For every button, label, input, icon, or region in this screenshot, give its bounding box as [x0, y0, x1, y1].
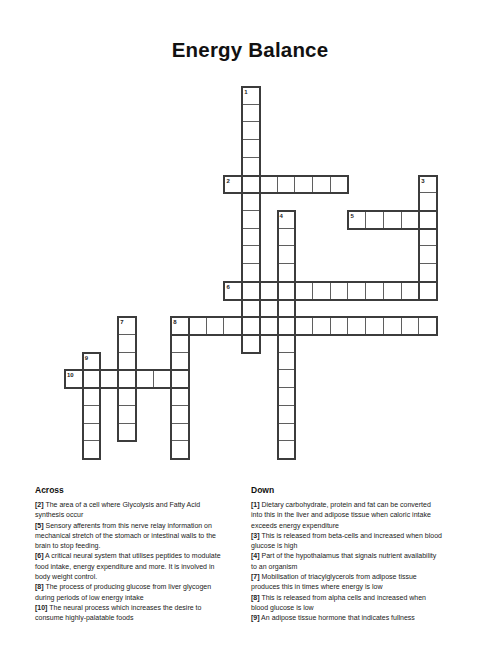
cell-r11-c15[interactable]	[331, 282, 349, 300]
crossword-grid: 12345678910	[65, 87, 437, 459]
across-clue-5-line-0: [5] Sensory afferents from this nerve re…	[35, 521, 251, 531]
cell-r13-c10[interactable]	[242, 317, 260, 335]
across-clue-6-line-2: body weight control.	[35, 572, 251, 582]
across-clue-2-line-1: synthesis occur	[35, 510, 251, 520]
down-clue-number: [9]	[251, 614, 260, 621]
cell-r8-c20[interactable]	[419, 229, 437, 247]
across-clue-8-line-0: [8] The process of producing glucose fro…	[35, 582, 251, 592]
down-clue-number: [3]	[251, 532, 260, 539]
cell-r18-c6[interactable]	[171, 406, 189, 424]
across-clue-10-line-0: [10] The neural process which increases …	[35, 603, 251, 613]
cell-r14-c10[interactable]	[242, 335, 260, 353]
across-clue-number: [10]	[35, 604, 47, 611]
cell-r13-c16[interactable]	[348, 317, 366, 335]
cell-r5-c13[interactable]	[295, 176, 313, 194]
cell-r3-c10[interactable]	[242, 140, 260, 158]
cell-r13-c9[interactable]	[224, 317, 242, 335]
cell-r11-c16[interactable]	[348, 282, 366, 300]
cell-r8-c10[interactable]	[242, 229, 260, 247]
down-clue-7-line-1: produces this in times where energy is l…	[251, 582, 467, 592]
down-clue-number: [8]	[251, 594, 260, 601]
cell-r13-c20[interactable]	[419, 317, 437, 335]
cell-r11-c9[interactable]	[224, 282, 242, 300]
cell-r20-c6[interactable]	[171, 441, 189, 459]
cell-r13-c8[interactable]	[207, 317, 225, 335]
down-clue-4-line-0: [4] Part of the hypothalamus that signal…	[251, 551, 467, 561]
cell-r15-c6[interactable]	[171, 353, 189, 371]
cell-r6-c10[interactable]	[242, 193, 260, 211]
across-clue-10-line-1: consume highly-palatable foods	[35, 613, 251, 623]
cell-r13-c14[interactable]	[313, 317, 331, 335]
down-clue-list: [1] Dietary carbohydrate, protein and fa…	[251, 500, 467, 624]
cell-r11-c19[interactable]	[402, 282, 420, 300]
cell-r11-c11[interactable]	[260, 282, 278, 300]
cell-r19-c12[interactable]	[278, 424, 296, 442]
cell-r8-c12[interactable]	[278, 229, 296, 247]
cell-r15-c1[interactable]	[83, 353, 101, 371]
cell-r7-c17[interactable]	[366, 211, 384, 229]
down-clue-7-line-0: [7] Mobilisation of triacylglycerols fro…	[251, 572, 467, 582]
cell-r6-c20[interactable]	[419, 193, 437, 211]
down-clue-1-line-2: exceeds energy expenditure	[251, 521, 467, 531]
cell-r11-c12[interactable]	[278, 282, 296, 300]
cell-r11-c13[interactable]	[295, 282, 313, 300]
across-clues-section: Across [2] The area of a cell where Glyc…	[35, 485, 251, 624]
cell-r18-c3[interactable]	[118, 406, 136, 424]
cell-r19-c3[interactable]	[118, 424, 136, 442]
cell-r17-c1[interactable]	[83, 388, 101, 406]
cell-r15-c3[interactable]	[118, 353, 136, 371]
cell-r13-c11[interactable]	[260, 317, 278, 335]
down-clue-1-line-1: into this in the liver and adipose tissu…	[251, 510, 467, 520]
down-clue-9-line-0: [9] An adipose tissue hormone that indic…	[251, 613, 467, 623]
across-clue-number: [5]	[35, 522, 44, 529]
cell-r13-c6[interactable]	[171, 317, 189, 335]
across-clue-6-line-1: food intake, energy expenditure and more…	[35, 562, 251, 572]
cell-r13-c12[interactable]	[278, 317, 296, 335]
cell-r5-c20[interactable]	[419, 176, 437, 194]
across-clue-6-line-0: [6] A critical neural system that utilis…	[35, 551, 251, 561]
cell-r5-c15[interactable]	[331, 176, 349, 194]
cell-r2-c10[interactable]	[242, 122, 260, 140]
across-clue-5-line-2: brain to stop feeding.	[35, 541, 251, 551]
cell-r16-c2[interactable]	[100, 370, 118, 388]
cell-r19-c1[interactable]	[83, 424, 101, 442]
cell-r0-c10[interactable]	[242, 87, 260, 105]
cell-r5-c9[interactable]	[224, 176, 242, 194]
cell-r7-c19[interactable]	[402, 211, 420, 229]
down-clue-3-line-1: glucose is high	[251, 541, 467, 551]
cell-r11-c14[interactable]	[313, 282, 331, 300]
cell-r5-c14[interactable]	[313, 176, 331, 194]
cell-r12-c12[interactable]	[278, 300, 296, 318]
cell-r14-c3[interactable]	[118, 335, 136, 353]
cell-r17-c3[interactable]	[118, 388, 136, 406]
down-clues-section: Down [1] Dietary carbohydrate, protein a…	[251, 485, 467, 624]
cell-r10-c10[interactable]	[242, 264, 260, 282]
cell-r13-c3[interactable]	[118, 317, 136, 335]
cell-r7-c16[interactable]	[348, 211, 366, 229]
cell-r17-c6[interactable]	[171, 388, 189, 406]
cell-r16-c5[interactable]	[154, 370, 172, 388]
page-title: Energy Balance	[0, 38, 500, 62]
cell-r4-c10[interactable]	[242, 158, 260, 176]
cell-r1-c10[interactable]	[242, 105, 260, 123]
cell-r20-c1[interactable]	[83, 441, 101, 459]
cell-r13-c19[interactable]	[402, 317, 420, 335]
cell-r7-c12[interactable]	[278, 211, 296, 229]
across-header: Across	[35, 485, 251, 495]
cell-r18-c12[interactable]	[278, 406, 296, 424]
cell-r9-c12[interactable]	[278, 246, 296, 264]
cell-r14-c6[interactable]	[171, 335, 189, 353]
across-clue-number: [6]	[35, 552, 44, 559]
across-clue-2-line-0: [2] The area of a cell where Glycolysis …	[35, 500, 251, 510]
down-clue-number: [1]	[251, 501, 260, 508]
cell-r16-c6[interactable]	[171, 370, 189, 388]
cell-r7-c10[interactable]	[242, 211, 260, 229]
down-clue-8-line-1: blood glucose is low	[251, 603, 467, 613]
cell-r20-c12[interactable]	[278, 441, 296, 459]
cell-r12-c10[interactable]	[242, 300, 260, 318]
cell-r7-c18[interactable]	[384, 211, 402, 229]
cell-r16-c1[interactable]	[83, 370, 101, 388]
cell-r11-c20[interactable]	[419, 282, 437, 300]
cell-r13-c15[interactable]	[331, 317, 349, 335]
cell-r16-c3[interactable]	[118, 370, 136, 388]
down-clue-3-line-0: [3] This is released from beta-cells and…	[251, 531, 467, 541]
cell-r11-c10[interactable]	[242, 282, 260, 300]
cell-r11-c17[interactable]	[366, 282, 384, 300]
down-clue-8-line-0: [8] This is released from alpha cells an…	[251, 593, 467, 603]
cell-r13-c13[interactable]	[295, 317, 313, 335]
cell-r10-c20[interactable]	[419, 264, 437, 282]
down-clue-number: [4]	[251, 552, 260, 559]
cell-r10-c12[interactable]	[278, 264, 296, 282]
across-clue-8-line-1: during periods of low energy intake	[35, 593, 251, 603]
cell-r5-c11[interactable]	[260, 176, 278, 194]
cell-r16-c12[interactable]	[278, 370, 296, 388]
cell-r5-c10[interactable]	[242, 176, 260, 194]
cell-r13-c18[interactable]	[384, 317, 402, 335]
across-clue-list: [2] The area of a cell where Glycolysis …	[35, 500, 251, 624]
cell-r9-c20[interactable]	[419, 246, 437, 264]
cell-r13-c17[interactable]	[366, 317, 384, 335]
cell-r16-c0[interactable]	[65, 370, 83, 388]
across-clue-5-line-1: mechanical stretch of the stomach or int…	[35, 531, 251, 541]
cell-r15-c12[interactable]	[278, 353, 296, 371]
cell-r16-c4[interactable]	[136, 370, 154, 388]
cell-r13-c7[interactable]	[189, 317, 207, 335]
down-clue-4-line-1: to an organism	[251, 562, 467, 572]
cell-r7-c20[interactable]	[419, 211, 437, 229]
down-clue-number: [7]	[251, 573, 260, 580]
down-header: Down	[251, 485, 467, 495]
cell-r9-c10[interactable]	[242, 246, 260, 264]
cell-r5-c12[interactable]	[278, 176, 296, 194]
cell-r14-c12[interactable]	[278, 335, 296, 353]
across-clue-number: [8]	[35, 583, 44, 590]
cell-r18-c1[interactable]	[83, 406, 101, 424]
cell-r11-c18[interactable]	[384, 282, 402, 300]
down-clue-1-line-0: [1] Dietary carbohydrate, protein and fa…	[251, 500, 467, 510]
cell-r17-c12[interactable]	[278, 388, 296, 406]
cell-r19-c6[interactable]	[171, 424, 189, 442]
across-clue-number: [2]	[35, 501, 44, 508]
